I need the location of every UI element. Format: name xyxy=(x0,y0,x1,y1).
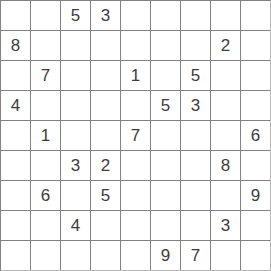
cell-r1c1[interactable] xyxy=(1,1,30,30)
cell-r4c3[interactable] xyxy=(61,91,90,120)
cell-r5c7[interactable] xyxy=(181,121,210,150)
cell-r9c6: 9 xyxy=(151,241,180,270)
cell-r7c2: 6 xyxy=(31,181,60,210)
cell-r7c9: 9 xyxy=(241,181,270,210)
cell-r9c9[interactable] xyxy=(241,241,270,270)
cell-r5c4[interactable] xyxy=(91,121,120,150)
cell-r7c8[interactable] xyxy=(211,181,240,210)
cell-r2c1: 8 xyxy=(1,31,30,60)
cell-r7c3[interactable] xyxy=(61,181,90,210)
cell-r4c1: 4 xyxy=(1,91,30,120)
cell-r4c2[interactable] xyxy=(31,91,60,120)
cell-r6c4: 2 xyxy=(91,151,120,180)
cell-r5c6[interactable] xyxy=(151,121,180,150)
cell-r8c5[interactable] xyxy=(121,211,150,240)
cell-r8c9[interactable] xyxy=(241,211,270,240)
cell-r3c9[interactable] xyxy=(241,61,270,90)
cell-r4c6: 5 xyxy=(151,91,180,120)
cell-r1c9[interactable] xyxy=(241,1,270,30)
cell-r9c2[interactable] xyxy=(31,241,60,270)
cell-r4c7: 3 xyxy=(181,91,210,120)
cell-r9c1[interactable] xyxy=(1,241,30,270)
cell-r3c8[interactable] xyxy=(211,61,240,90)
cell-r6c9[interactable] xyxy=(241,151,270,180)
cell-r6c2[interactable] xyxy=(31,151,60,180)
cell-r1c8[interactable] xyxy=(211,1,240,30)
cell-r6c5[interactable] xyxy=(121,151,150,180)
cell-r3c7: 5 xyxy=(181,61,210,90)
cell-r9c4[interactable] xyxy=(91,241,120,270)
cell-r2c2[interactable] xyxy=(31,31,60,60)
cell-r7c1[interactable] xyxy=(1,181,30,210)
cell-r6c7[interactable] xyxy=(181,151,210,180)
cell-r3c1[interactable] xyxy=(1,61,30,90)
cell-r6c1[interactable] xyxy=(1,151,30,180)
cell-r1c4: 3 xyxy=(91,1,120,30)
cell-r9c3[interactable] xyxy=(61,241,90,270)
cell-r2c5[interactable] xyxy=(121,31,150,60)
cell-r3c3[interactable] xyxy=(61,61,90,90)
cell-r1c5[interactable] xyxy=(121,1,150,30)
cell-r7c5[interactable] xyxy=(121,181,150,210)
cell-r2c9[interactable] xyxy=(241,31,270,60)
cell-r2c4[interactable] xyxy=(91,31,120,60)
sudoku-board: 53827154531763286594397 xyxy=(0,0,271,271)
cell-r8c6[interactable] xyxy=(151,211,180,240)
cell-r8c3: 4 xyxy=(61,211,90,240)
cell-r2c7[interactable] xyxy=(181,31,210,60)
cell-r5c1[interactable] xyxy=(1,121,30,150)
cell-r9c7: 7 xyxy=(181,241,210,270)
cell-r8c2[interactable] xyxy=(31,211,60,240)
cell-r4c4[interactable] xyxy=(91,91,120,120)
cell-r6c8: 8 xyxy=(211,151,240,180)
cell-r4c9[interactable] xyxy=(241,91,270,120)
cell-r1c7[interactable] xyxy=(181,1,210,30)
cell-r6c3: 3 xyxy=(61,151,90,180)
cell-r5c9: 6 xyxy=(241,121,270,150)
cell-r7c7[interactable] xyxy=(181,181,210,210)
cell-r8c1[interactable] xyxy=(1,211,30,240)
cell-r4c8[interactable] xyxy=(211,91,240,120)
cell-r7c4: 5 xyxy=(91,181,120,210)
cell-r3c4[interactable] xyxy=(91,61,120,90)
cell-r8c8: 3 xyxy=(211,211,240,240)
cell-r1c3: 5 xyxy=(61,1,90,30)
cell-r2c3[interactable] xyxy=(61,31,90,60)
cell-r2c8: 2 xyxy=(211,31,240,60)
cell-r5c2: 1 xyxy=(31,121,60,150)
cell-r1c6[interactable] xyxy=(151,1,180,30)
cell-r5c3[interactable] xyxy=(61,121,90,150)
cell-r5c8[interactable] xyxy=(211,121,240,150)
cell-r8c4[interactable] xyxy=(91,211,120,240)
cell-r9c8[interactable] xyxy=(211,241,240,270)
cell-r1c2[interactable] xyxy=(31,1,60,30)
cell-r3c6[interactable] xyxy=(151,61,180,90)
cell-r5c5: 7 xyxy=(121,121,150,150)
cell-r4c5[interactable] xyxy=(121,91,150,120)
cell-r6c6[interactable] xyxy=(151,151,180,180)
cell-r2c6[interactable] xyxy=(151,31,180,60)
cell-r9c5[interactable] xyxy=(121,241,150,270)
cell-r8c7[interactable] xyxy=(181,211,210,240)
cell-r7c6[interactable] xyxy=(151,181,180,210)
cell-r3c5: 1 xyxy=(121,61,150,90)
cell-r3c2: 7 xyxy=(31,61,60,90)
